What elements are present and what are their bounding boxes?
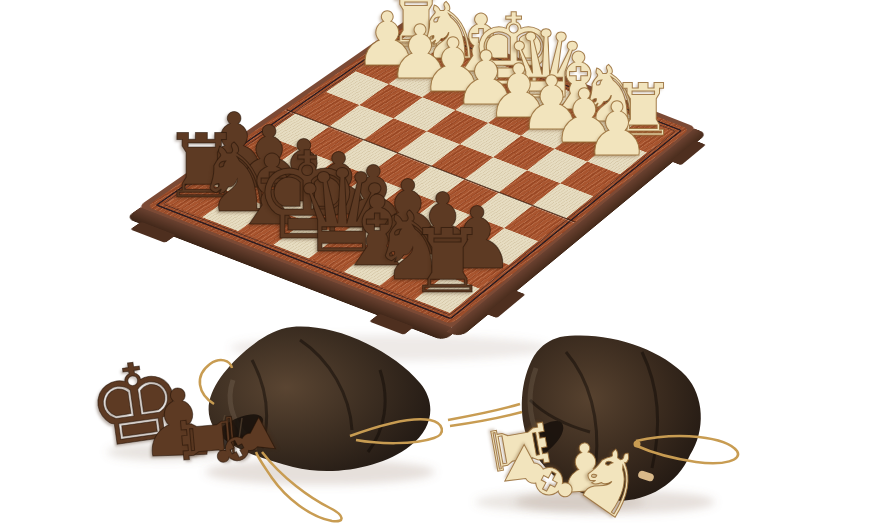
light-pieces-bag bbox=[448, 335, 738, 500]
cord-knot bbox=[634, 441, 641, 448]
bag-body bbox=[522, 335, 701, 500]
drawstring-cord bbox=[448, 404, 522, 426]
product-photo-scene: ♜♞♝♚♛♝♞♜♟♟♟♟♟♟♟♟♟♟♟♟♟♟♟♟♜♞♝♚♛♝♞♜ ♚♟♜♝♜♝♟… bbox=[0, 0, 870, 524]
dark-spill-shadow bbox=[107, 443, 223, 461]
